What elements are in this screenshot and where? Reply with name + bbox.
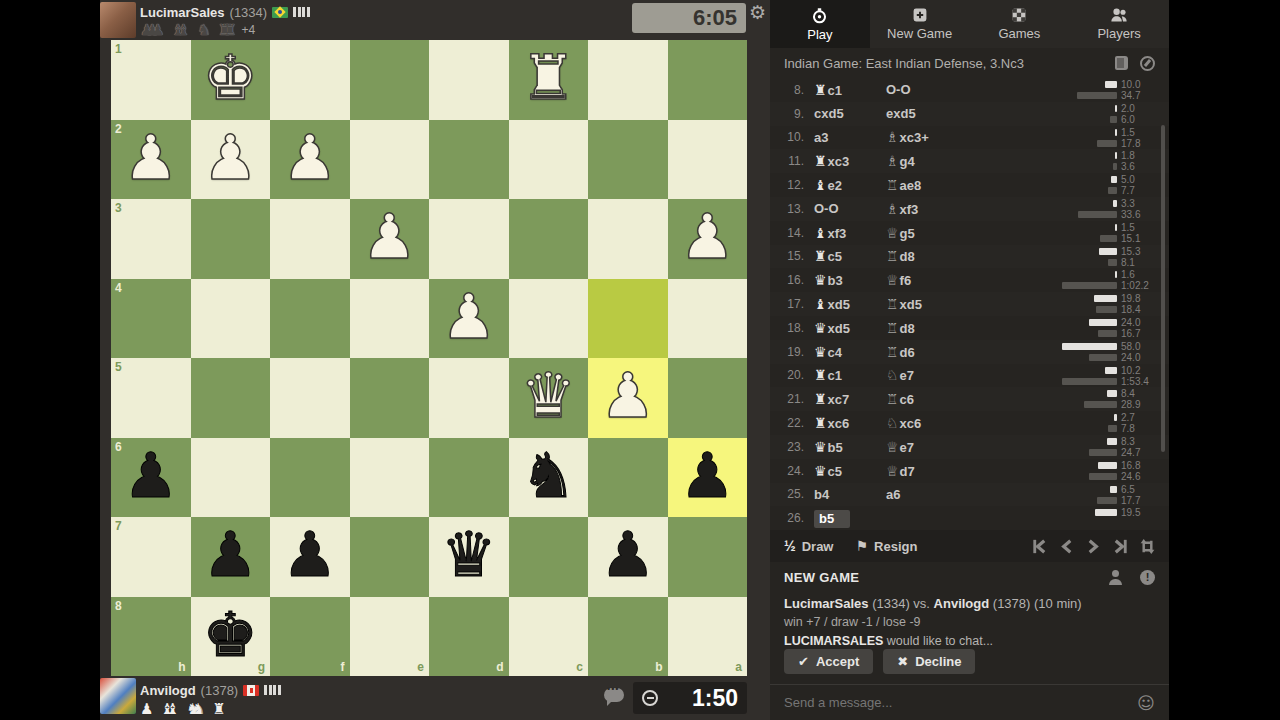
- square-d2[interactable]: [429, 120, 509, 200]
- square-h7[interactable]: 7: [111, 517, 191, 597]
- move-row: 26.b519.5: [770, 506, 1169, 530]
- white-queen-c5[interactable]: ♛: [509, 358, 589, 438]
- move-times: 8.428.9: [1055, 388, 1155, 410]
- white-pawn-g2[interactable]: ♟: [191, 120, 271, 200]
- brazil-flag-icon: [272, 7, 288, 18]
- rook-icon: ♖: [886, 248, 899, 264]
- square-c4[interactable]: [509, 279, 589, 359]
- square-b6[interactable]: [588, 438, 668, 518]
- move-times: 6.517.7: [1055, 484, 1155, 506]
- chat-bar: ☺: [770, 684, 1169, 720]
- black-move[interactable]: ♗xf3: [886, 201, 948, 217]
- white-pawn-h2[interactable]: ♟: [111, 120, 191, 200]
- move-number: 23.: [770, 440, 804, 454]
- move-row: 14.♝xf3♕g51.515.1: [770, 221, 1169, 245]
- square-g5[interactable]: [191, 358, 271, 438]
- white-move[interactable]: ♜xc7: [814, 391, 876, 407]
- square-f4[interactable]: [270, 279, 350, 359]
- black-move[interactable]: ♖d8: [886, 320, 948, 336]
- white-move[interactable]: a3: [814, 130, 876, 145]
- white-move[interactable]: b4: [814, 487, 876, 502]
- chat-request-line: LUCIMARSALES would like to chat...: [784, 634, 1155, 648]
- black-move[interactable]: ♕d7: [886, 463, 948, 479]
- white-pawn-a3[interactable]: ♟: [668, 199, 748, 279]
- move-times: 1.61:02.2: [1055, 269, 1155, 291]
- file-label: f: [341, 660, 345, 674]
- white-pawn-f2[interactable]: ♟: [270, 120, 350, 200]
- tab-players[interactable]: Players: [1069, 0, 1169, 48]
- move-times: 19.818.4: [1055, 293, 1155, 315]
- move-times: 5.07.7: [1055, 174, 1155, 196]
- captured-knight-group: ♞♞: [186, 700, 205, 718]
- move-row: 25.b4a66.517.7: [770, 483, 1169, 507]
- square-c3[interactable]: [509, 199, 589, 279]
- square-f6[interactable]: [270, 438, 350, 518]
- move-times: 1.83.6: [1055, 150, 1155, 172]
- white-move[interactable]: ♜xc6: [814, 415, 876, 431]
- black-pawn-h6[interactable]: ♟: [111, 438, 191, 518]
- move-row: 11.♜xc3♗g41.83.6: [770, 149, 1169, 173]
- explorer-compass-icon[interactable]: [1140, 56, 1155, 71]
- captured-bishop-group: ♝♝: [171, 21, 190, 39]
- black-move[interactable]: exd5: [886, 106, 948, 121]
- move-row: 13.O-O♗xf33.333.6: [770, 197, 1169, 221]
- connection-signal-icon: [293, 7, 310, 17]
- black-pawn-b7[interactable]: ♟: [588, 517, 668, 597]
- white-move[interactable]: ♛c4: [814, 344, 876, 360]
- queen-icon: ♛: [814, 439, 827, 455]
- resign-button[interactable]: ⚑ Resign: [855, 538, 917, 554]
- move-number: 11.: [770, 154, 804, 168]
- square-e5[interactable]: [350, 358, 430, 438]
- square-b8[interactable]: b: [588, 597, 668, 677]
- file-label: b: [655, 660, 662, 674]
- move-number: 9.: [770, 107, 804, 121]
- move-number: 17.: [770, 297, 804, 311]
- square-b2[interactable]: [588, 120, 668, 200]
- smiley-icon[interactable]: ☺: [1137, 693, 1155, 713]
- queen-icon: ♕: [886, 463, 899, 479]
- white-move[interactable]: O-O: [814, 201, 876, 216]
- move-number: 25.: [770, 487, 804, 501]
- move-row: 16.♛b3♕f61.61:02.2: [770, 268, 1169, 292]
- white-move[interactable]: ♜c1: [814, 82, 876, 98]
- captured-rook-group: ♜♜: [218, 21, 237, 39]
- challenge-player-icon[interactable]: [1109, 570, 1124, 585]
- knight-icon: ♘: [886, 415, 899, 431]
- connection-signal-icon: [264, 685, 281, 695]
- square-d6[interactable]: [429, 438, 509, 518]
- rook-icon: ♜: [814, 367, 827, 383]
- square-f8[interactable]: f: [270, 597, 350, 677]
- white-move[interactable]: ♜c5: [814, 248, 876, 264]
- move-number: 26.: [770, 511, 804, 525]
- square-d3[interactable]: [429, 199, 509, 279]
- square-b4[interactable]: [588, 279, 668, 359]
- square-h3[interactable]: 3: [111, 199, 191, 279]
- black-move[interactable]: ♗xc3+: [886, 129, 948, 145]
- captured-pieces-tray: ♟♟♟♝♝♞♜♜+4: [140, 21, 255, 38]
- rook-icon: ♜: [814, 153, 827, 169]
- material-advantage: +4: [242, 23, 256, 37]
- chat-bubble-icon[interactable]: [604, 688, 624, 702]
- black-move[interactable]: ♖xd5: [886, 296, 948, 312]
- rook-icon: ♜: [814, 391, 827, 407]
- white-pawn-b5[interactable]: ♟: [588, 358, 668, 438]
- captured-pawn-group: ♟♟♟: [140, 21, 164, 39]
- move-row: 18.♛xd5♖d824.016.7: [770, 316, 1169, 340]
- tab-games[interactable]: Games: [970, 0, 1070, 48]
- move-row: 23.♛b5♕e78.324.7: [770, 435, 1169, 459]
- queen-icon: ♕: [886, 439, 899, 455]
- gear-icon[interactable]: ⚙: [749, 1, 766, 23]
- black-move[interactable]: ♖ae8: [886, 177, 948, 193]
- square-b3[interactable]: [588, 199, 668, 279]
- move-list: 8.♜c1O-O10.034.79.cxd5exd52.06.010.a3♗xc…: [770, 78, 1169, 530]
- rook-icon: ♜: [814, 82, 827, 98]
- opponent-clock: 6:05: [632, 3, 746, 33]
- square-c7[interactable]: [509, 517, 589, 597]
- bishop-icon: ♗: [886, 201, 899, 217]
- move-row: 17.♝xd5♖xd519.818.4: [770, 292, 1169, 316]
- white-pawn-d4[interactable]: ♟: [429, 279, 509, 359]
- x-icon: ✖: [897, 654, 908, 669]
- move-number: 10.: [770, 130, 804, 144]
- opening-row: Indian Game: East Indian Defense, 3.Nc3: [770, 48, 1169, 78]
- next-move-button[interactable]: [1084, 537, 1103, 556]
- white-rook-c1[interactable]: ♜: [509, 40, 589, 120]
- square-e2[interactable]: [350, 120, 430, 200]
- move-row: 12.♝e2♖ae85.07.7: [770, 173, 1169, 197]
- square-d5[interactable]: [429, 358, 509, 438]
- white-move[interactable]: ♝xd5: [814, 296, 876, 312]
- last-move-button[interactable]: [1111, 537, 1130, 556]
- square-c8[interactable]: c: [509, 597, 589, 677]
- player-clock: 1:50: [633, 682, 747, 714]
- square-e7[interactable]: [350, 517, 430, 597]
- square-a2[interactable]: [668, 120, 748, 200]
- bishop-icon: ♝: [814, 225, 827, 241]
- move-number: 24.: [770, 464, 804, 478]
- black-move[interactable]: ♕f6: [886, 272, 948, 288]
- side-panel: PlayNew GameGamesPlayers Indian Game: Ea…: [770, 0, 1169, 720]
- move-row: 15.♜c5♖d815.38.1: [770, 245, 1169, 269]
- white-move[interactable]: ♛b3: [814, 272, 876, 288]
- move-times: 3.333.6: [1055, 198, 1155, 220]
- rook-icon: ♖: [886, 344, 899, 360]
- player-rating: (1378): [201, 683, 239, 698]
- file-label: e: [417, 660, 424, 674]
- black-move[interactable]: ♗g4: [886, 153, 948, 169]
- captured-rook-group: ♜: [212, 700, 225, 718]
- bishop-icon: ♗: [886, 129, 899, 145]
- accept-button[interactable]: ✔ Accept: [784, 649, 873, 674]
- queen-icon: ♛: [814, 344, 827, 360]
- move-number: 21.: [770, 392, 804, 406]
- new-game-section: NEW GAME ! LucimarSales (1334) vs. Anvil…: [770, 562, 1169, 684]
- file-label: h: [178, 660, 185, 674]
- black-move[interactable]: a6: [886, 487, 948, 502]
- white-move[interactable]: ♛b5: [814, 439, 876, 455]
- move-number: 16.: [770, 273, 804, 287]
- square-h4[interactable]: 4: [111, 279, 191, 359]
- move-row: 20.♜c1♘e710.21:53.4: [770, 364, 1169, 388]
- knight-icon: ♘: [886, 367, 899, 383]
- move-row: 24.♛c5♕d716.824.6: [770, 459, 1169, 483]
- move-times: 2.77.8: [1055, 412, 1155, 434]
- square-f5[interactable]: [270, 358, 350, 438]
- first-move-button[interactable]: [1030, 537, 1049, 556]
- move-number: 12.: [770, 178, 804, 192]
- canada-flag-icon: [243, 685, 259, 696]
- rook-icon: ♖: [886, 296, 899, 312]
- square-h1[interactable]: 1: [111, 40, 191, 120]
- clock-minus-icon[interactable]: [642, 690, 658, 706]
- white-move[interactable]: cxd5: [814, 106, 876, 121]
- black-move[interactable]: O-O: [886, 82, 948, 97]
- captured-pawn-group: ♟: [140, 700, 153, 718]
- bishop-icon: ♝: [814, 296, 827, 312]
- decline-button[interactable]: ✖ Decline: [883, 649, 975, 674]
- file-label: a: [735, 660, 742, 674]
- bottom-player-bar: Anvilogd (1378) ♟♝♝♞♞♜ 1:50: [100, 676, 747, 720]
- rook-icon: ♜: [814, 248, 827, 264]
- bishop-icon: ♝: [814, 177, 827, 193]
- avatar[interactable]: [100, 2, 136, 38]
- bishop-icon: ♗: [886, 153, 899, 169]
- square-d1[interactable]: [429, 40, 509, 120]
- white-move[interactable]: ♝xf3: [814, 225, 876, 241]
- alert-icon[interactable]: !: [1140, 570, 1155, 585]
- square-h8[interactable]: 8h: [111, 597, 191, 677]
- rank-label: 7: [115, 519, 122, 533]
- move-number: 20.: [770, 368, 804, 382]
- square-c2[interactable]: [509, 120, 589, 200]
- draw-button[interactable]: ½ Draw: [784, 538, 833, 554]
- move-times: 58.024.0: [1055, 341, 1155, 363]
- move-times: 24.016.7: [1055, 317, 1155, 339]
- move-row: 22.♜xc6♘xc62.77.8: [770, 411, 1169, 435]
- move-row: 9.cxd5exd52.06.0: [770, 102, 1169, 126]
- rook-icon: ♜: [814, 415, 827, 431]
- square-e4[interactable]: [350, 279, 430, 359]
- flip-board-icon[interactable]: [1138, 537, 1157, 556]
- black-move[interactable]: ♕g5: [886, 225, 948, 241]
- rank-label: 3: [115, 201, 122, 215]
- rank-label: 1: [115, 42, 122, 56]
- app-window: LucimarSales (1334) ♟♟♟♝♝♞♜♜+4 6:05 ⚙ 12…: [0, 0, 1280, 720]
- move-row: 10.a3♗xc3+1.517.8: [770, 126, 1169, 150]
- square-f1[interactable]: [270, 40, 350, 120]
- move-times: 2.06.0: [1055, 103, 1155, 125]
- black-queen-d7[interactable]: ♛: [429, 517, 509, 597]
- player-name[interactable]: LucimarSales: [140, 5, 225, 20]
- square-f3[interactable]: [270, 199, 350, 279]
- black-move[interactable]: ♕e7: [886, 439, 948, 455]
- queen-icon: ♕: [886, 272, 899, 288]
- move-times: 10.21:53.4: [1055, 365, 1155, 387]
- new-game-title: NEW GAME: [784, 570, 1155, 585]
- black-move[interactable]: ♖d6: [886, 344, 948, 360]
- white-move[interactable]: ♛xd5: [814, 320, 876, 336]
- white-pawn-e3[interactable]: ♟: [350, 199, 430, 279]
- move-row: 21.♜xc7♖c68.428.9: [770, 387, 1169, 411]
- tab-new-game[interactable]: New Game: [870, 0, 970, 48]
- rank-label: 4: [115, 281, 122, 295]
- rook-icon: ♖: [886, 177, 899, 193]
- half-point-icon: ½: [784, 538, 796, 554]
- square-d8[interactable]: d: [429, 597, 509, 677]
- move-number: 13.: [770, 202, 804, 216]
- square-h5[interactable]: 5: [111, 358, 191, 438]
- file-label: c: [576, 660, 583, 674]
- move-number: 14.: [770, 226, 804, 240]
- queen-icon: ♛: [814, 463, 827, 479]
- move-number: 8.: [770, 83, 804, 97]
- square-a7[interactable]: [668, 517, 748, 597]
- rook-icon: ♖: [886, 320, 899, 336]
- white-move[interactable]: ♜c1: [814, 367, 876, 383]
- square-e1[interactable]: [350, 40, 430, 120]
- black-move[interactable]: ♘e7: [886, 367, 948, 383]
- square-e8[interactable]: e: [350, 597, 430, 677]
- square-a1[interactable]: [668, 40, 748, 120]
- queen-icon: ♛: [814, 272, 827, 288]
- square-g3[interactable]: [191, 199, 271, 279]
- panel-tabs: PlayNew GameGamesPlayers: [770, 0, 1169, 48]
- square-a5[interactable]: [668, 358, 748, 438]
- rook-icon: ♖: [886, 391, 899, 407]
- queen-icon: ♕: [886, 225, 899, 241]
- file-label: d: [496, 660, 503, 674]
- move-times: 8.324.7: [1055, 436, 1155, 458]
- square-g6[interactable]: [191, 438, 271, 518]
- opening-name: Indian Game: East Indian Defense, 3.Nc3: [784, 56, 1115, 71]
- rank-label: 8: [115, 599, 122, 613]
- check-icon: ✔: [798, 654, 809, 669]
- black-pawn-a6[interactable]: ♟: [668, 438, 748, 518]
- move-number: 22.: [770, 416, 804, 430]
- move-times: 1.515.1: [1055, 222, 1155, 244]
- move-row: 8.♜c1O-O10.034.7: [770, 78, 1169, 102]
- game-controls: ½ Draw ⚑ Resign: [770, 530, 1169, 562]
- resign-flag-icon: ⚑: [855, 538, 868, 554]
- move-number: 19.: [770, 345, 804, 359]
- square-a8[interactable]: a: [668, 597, 748, 677]
- move-list-scrollbar[interactable]: [1161, 125, 1165, 452]
- square-b1[interactable]: [588, 40, 668, 120]
- white-king-g1[interactable]: ♚: [191, 40, 271, 120]
- black-pawn-g7[interactable]: ♟: [191, 517, 271, 597]
- black-pawn-f7[interactable]: ♟: [270, 517, 350, 597]
- rank-label: 5: [115, 360, 122, 374]
- square-e6[interactable]: [350, 438, 430, 518]
- captured-knight-group: ♞: [197, 21, 210, 39]
- chess-board[interactable]: 12345678hgfedcba♚♜♟♟♟♟♟♟♛♟♟♞♟♟♟♟♛♚: [111, 40, 747, 676]
- move-number: 18.: [770, 321, 804, 335]
- queen-icon: ♛: [814, 320, 827, 336]
- white-move[interactable]: ♜xc3: [814, 153, 876, 169]
- chat-message-input[interactable]: [784, 695, 1137, 710]
- move-number: 15.: [770, 249, 804, 263]
- square-g4[interactable]: [191, 279, 271, 359]
- top-player-bar: LucimarSales (1334) ♟♟♟♝♝♞♜♜+4 6:05: [100, 0, 747, 40]
- tab-play[interactable]: Play: [770, 0, 870, 48]
- move-times: 15.38.1: [1055, 246, 1155, 268]
- white-move[interactable]: ♛c5: [814, 463, 876, 479]
- black-move[interactable]: ♖d8: [886, 248, 948, 264]
- black-knight-c6[interactable]: ♞: [509, 438, 589, 518]
- captured-bishop-group: ♝♝: [160, 700, 179, 718]
- move-row: 19.♛c4♖d658.024.0: [770, 340, 1169, 364]
- opening-book-icon[interactable]: [1115, 56, 1128, 70]
- previous-move-button[interactable]: [1057, 537, 1076, 556]
- black-move[interactable]: ♖c6: [886, 391, 948, 407]
- move-times: 16.824.6: [1055, 460, 1155, 482]
- white-move[interactable]: ♝e2: [814, 177, 876, 193]
- captured-pieces-tray: ♟♝♝♞♞♜: [140, 700, 226, 717]
- player-rating: (1334): [230, 5, 268, 20]
- move-times: 1.517.8: [1055, 127, 1155, 149]
- square-a4[interactable]: [668, 279, 748, 359]
- avatar[interactable]: [100, 678, 136, 714]
- player-name[interactable]: Anvilogd: [140, 683, 196, 698]
- move-times: 19.5: [1055, 507, 1155, 529]
- matchup-line: LucimarSales (1334) vs. Anvilogd (1378) …: [784, 596, 1155, 611]
- white-move[interactable]: b5: [814, 511, 876, 526]
- move-times: 10.034.7: [1055, 79, 1155, 101]
- black-king-g8[interactable]: ♚: [191, 597, 271, 677]
- rating-odds-line: win +7 / draw -1 / lose -9: [784, 615, 1155, 629]
- black-move[interactable]: ♘xc6: [886, 415, 948, 431]
